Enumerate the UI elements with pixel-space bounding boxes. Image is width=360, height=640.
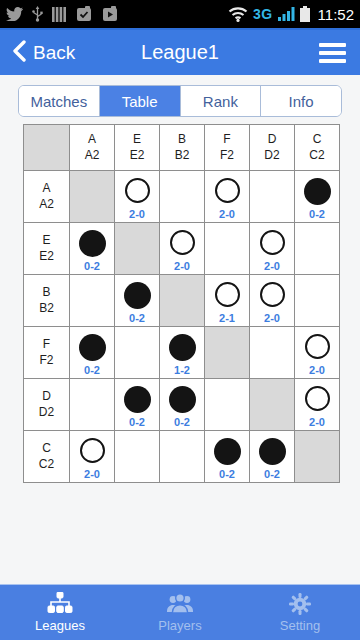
team-code: C2 — [309, 148, 324, 164]
win-circle-icon — [215, 178, 240, 203]
col-header-F2: FF2 — [205, 125, 250, 171]
win-circle-icon — [305, 334, 330, 359]
result-cell-A2-vs-B2[interactable] — [160, 171, 205, 223]
team-letter: A — [42, 181, 50, 197]
loss-circle-icon — [124, 282, 151, 309]
loss-circle-icon — [124, 386, 151, 413]
team-code: B2 — [175, 148, 190, 164]
result-cell-C2-vs-E2[interactable] — [115, 431, 160, 483]
win-circle-icon — [170, 230, 195, 255]
col-header-A2: AA2 — [70, 125, 115, 171]
win-circle-icon — [260, 282, 285, 307]
team-code: F2 — [39, 353, 53, 369]
diagonal-cell — [70, 171, 115, 223]
result-cell-E2-vs-D2[interactable]: 2-0 — [250, 223, 295, 275]
score-label: 2-0 — [205, 208, 249, 220]
result-cell-E2-vs-B2[interactable]: 2-0 — [160, 223, 205, 275]
score-label: 0-2 — [70, 364, 114, 376]
signal-bars-icon — [278, 7, 295, 21]
status-right-icons: 3G 11:52 — [228, 6, 354, 23]
page-title: League1 — [141, 41, 219, 64]
result-cell-A2-vs-F2[interactable]: 2-0 — [205, 171, 250, 223]
result-cell-D2-vs-E2[interactable]: 0-2 — [115, 379, 160, 431]
network-type-label: 3G — [253, 6, 273, 22]
result-cell-F2-vs-D2[interactable] — [250, 327, 295, 379]
win-circle-icon — [80, 438, 105, 463]
score-label: 0-2 — [115, 416, 159, 428]
results-table-wrap: AA2EE2BB2FF2DD2CC2AA22-02-00-2EE20-22-02… — [23, 124, 360, 483]
wifi-icon — [228, 7, 248, 22]
col-header-D2: DD2 — [250, 125, 295, 171]
win-circle-icon — [125, 178, 150, 203]
back-button[interactable]: Back — [0, 30, 87, 75]
team-code: B2 — [39, 301, 54, 317]
result-cell-E2-vs-A2[interactable]: 0-2 — [70, 223, 115, 275]
loss-circle-icon — [169, 334, 196, 361]
loss-circle-icon — [304, 178, 331, 205]
back-chevron-icon — [12, 40, 26, 66]
result-cell-A2-vs-D2[interactable] — [250, 171, 295, 223]
team-letter: E — [133, 132, 141, 148]
team-code: A2 — [39, 197, 54, 213]
result-cell-F2-vs-C2[interactable]: 2-0 — [295, 327, 340, 379]
team-code: F2 — [220, 148, 234, 164]
result-cell-B2-vs-A2[interactable] — [70, 275, 115, 327]
tab-bar: Matches Table Rank Info — [18, 85, 342, 117]
row-header-D2: DD2 — [24, 379, 70, 431]
team-letter: C — [42, 441, 51, 457]
loss-circle-icon — [214, 438, 241, 465]
row-header-B2: BB2 — [24, 275, 70, 327]
result-cell-A2-vs-C2[interactable]: 0-2 — [295, 171, 340, 223]
win-circle-icon — [260, 230, 285, 255]
score-label: 0-2 — [70, 260, 114, 272]
result-cell-B2-vs-F2[interactable]: 2-1 — [205, 275, 250, 327]
results-grid: AA2EE2BB2FF2DD2CC2AA22-02-00-2EE20-22-02… — [23, 124, 340, 483]
team-letter: C — [313, 132, 322, 148]
status-left-icons — [6, 6, 228, 22]
team-code: E2 — [39, 249, 54, 265]
score-label: 2-0 — [295, 416, 339, 428]
nav-label-players: Players — [158, 618, 201, 633]
tab-info[interactable]: Info — [261, 86, 341, 116]
team-code: E2 — [130, 148, 145, 164]
diagonal-cell — [250, 379, 295, 431]
result-cell-B2-vs-D2[interactable]: 2-0 — [250, 275, 295, 327]
team-letter: E — [42, 233, 50, 249]
result-cell-E2-vs-C2[interactable] — [295, 223, 340, 275]
team-letter: B — [178, 132, 186, 148]
diagonal-cell — [115, 223, 160, 275]
tab-table[interactable]: Table — [100, 86, 181, 116]
result-cell-F2-vs-E2[interactable] — [115, 327, 160, 379]
col-header-C2: CC2 — [295, 125, 340, 171]
result-cell-D2-vs-A2[interactable] — [70, 379, 115, 431]
stripes-icon — [52, 7, 66, 22]
team-letter: B — [42, 285, 50, 301]
result-cell-D2-vs-B2[interactable]: 0-2 — [160, 379, 205, 431]
result-cell-D2-vs-C2[interactable]: 2-0 — [295, 379, 340, 431]
result-cell-C2-vs-A2[interactable]: 2-0 — [70, 431, 115, 483]
score-label: 2-0 — [250, 260, 294, 272]
result-cell-C2-vs-F2[interactable]: 0-2 — [205, 431, 250, 483]
tab-rank[interactable]: Rank — [181, 86, 262, 116]
score-label: 2-0 — [115, 208, 159, 220]
row-header-E2: EE2 — [24, 223, 70, 275]
team-letter: F — [223, 132, 230, 148]
row-header-A2: AA2 — [24, 171, 70, 223]
leagues-icon — [47, 592, 73, 616]
loss-circle-icon — [169, 386, 196, 413]
row-header-C2: CC2 — [24, 431, 70, 483]
diagonal-cell — [205, 327, 250, 379]
score-label: 2-0 — [70, 468, 114, 480]
loss-circle-icon — [79, 230, 106, 257]
result-cell-C2-vs-D2[interactable]: 0-2 — [250, 431, 295, 483]
result-cell-C2-vs-B2[interactable] — [160, 431, 205, 483]
loss-circle-icon — [259, 438, 286, 465]
result-cell-E2-vs-F2[interactable] — [205, 223, 250, 275]
score-label: 0-2 — [115, 312, 159, 324]
diagonal-cell — [160, 275, 205, 327]
twitter-icon — [6, 7, 23, 21]
clock: 11:52 — [318, 6, 354, 23]
score-label: 2-0 — [295, 364, 339, 376]
app-header: Back League1 — [0, 28, 360, 75]
team-letter: F — [43, 337, 50, 353]
loss-circle-icon — [79, 334, 106, 361]
score-label: 0-2 — [295, 208, 339, 220]
row-header-F2: FF2 — [24, 327, 70, 379]
team-code: D2 — [264, 148, 279, 164]
bottom-nav: Leagues Players Setting — [0, 584, 360, 640]
nav-label-setting: Setting — [280, 618, 320, 633]
col-header-E2: EE2 — [115, 125, 160, 171]
battery-icon — [300, 6, 310, 22]
col-header-B2: BB2 — [160, 125, 205, 171]
usb-icon — [32, 6, 43, 22]
score-label: 2-0 — [250, 312, 294, 324]
score-label: 2-0 — [160, 260, 204, 272]
corner-cell — [24, 125, 70, 171]
score-label: 0-2 — [205, 468, 249, 480]
team-letter: D — [268, 132, 277, 148]
result-cell-B2-vs-E2[interactable]: 0-2 — [115, 275, 160, 327]
status-bar: 3G 11:52 — [0, 0, 360, 28]
tab-matches[interactable]: Matches — [19, 86, 100, 116]
result-cell-D2-vs-F2[interactable] — [205, 379, 250, 431]
result-cell-F2-vs-A2[interactable]: 0-2 — [70, 327, 115, 379]
nav-item-setting[interactable]: Setting — [240, 585, 360, 640]
clipboard-play-icon — [101, 6, 118, 22]
back-label: Back — [33, 42, 75, 64]
team-letter: A — [88, 132, 96, 148]
players-icon — [166, 592, 194, 616]
diagonal-cell — [295, 431, 340, 483]
team-letter: D — [42, 389, 51, 405]
team-code: C2 — [39, 457, 54, 473]
result-cell-B2-vs-C2[interactable] — [295, 275, 340, 327]
nav-item-leagues[interactable]: Leagues — [0, 585, 120, 640]
clipboard-check-icon — [75, 6, 92, 22]
win-circle-icon — [215, 282, 240, 307]
result-cell-A2-vs-E2[interactable]: 2-0 — [115, 171, 160, 223]
result-cell-F2-vs-B2[interactable]: 1-2 — [160, 327, 205, 379]
hamburger-menu-icon[interactable] — [305, 43, 360, 63]
nav-item-players[interactable]: Players — [120, 585, 240, 640]
score-label: 1-2 — [160, 364, 204, 376]
score-label: 2-1 — [205, 312, 249, 324]
nav-label-leagues: Leagues — [35, 618, 85, 633]
team-code: A2 — [85, 148, 100, 164]
setting-icon — [288, 592, 312, 616]
score-label: 0-2 — [250, 468, 294, 480]
team-code: D2 — [39, 405, 54, 421]
score-label: 0-2 — [160, 416, 204, 428]
win-circle-icon — [305, 386, 330, 411]
